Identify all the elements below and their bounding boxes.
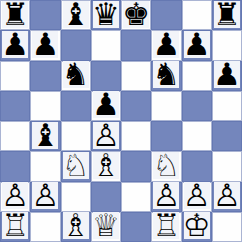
piece-black-king[interactable]: ♚ — [123, 1, 149, 28]
square-a6[interactable] — [0, 61, 30, 91]
square-d7[interactable] — [91, 30, 121, 60]
piece-black-bishop[interactable]: ♝ — [32, 122, 58, 149]
piece-white-pawn[interactable]: ♙ — [2, 182, 28, 209]
square-e5[interactable] — [121, 91, 151, 121]
square-f1[interactable]: ♖ — [151, 212, 181, 242]
piece-black-rook[interactable]: ♜ — [214, 1, 240, 28]
square-g7[interactable]: ♟ — [182, 30, 212, 60]
square-g1[interactable]: ♔ — [182, 212, 212, 242]
piece-white-pawn[interactable]: ♙ — [184, 182, 210, 209]
piece-white-king[interactable]: ♔ — [184, 212, 210, 239]
square-a1[interactable]: ♖ — [0, 212, 30, 242]
piece-white-bishop[interactable]: ♗ — [93, 152, 119, 179]
square-h6[interactable]: ♟ — [212, 61, 242, 91]
square-c8[interactable]: ♝ — [61, 0, 91, 30]
square-f6[interactable]: ♞ — [151, 61, 181, 91]
piece-black-bishop[interactable]: ♝ — [63, 1, 89, 28]
square-b6[interactable] — [30, 61, 60, 91]
square-e4[interactable] — [121, 121, 151, 151]
piece-black-rook[interactable]: ♜ — [2, 1, 28, 28]
square-d1[interactable]: ♕ — [91, 212, 121, 242]
square-g5[interactable] — [182, 91, 212, 121]
piece-white-rook[interactable]: ♖ — [2, 212, 28, 239]
piece-white-pawn[interactable]: ♙ — [93, 122, 119, 149]
piece-black-pawn[interactable]: ♟ — [93, 91, 119, 118]
piece-black-pawn[interactable]: ♟ — [2, 31, 28, 58]
piece-black-knight[interactable]: ♞ — [63, 61, 89, 88]
square-e1[interactable] — [121, 212, 151, 242]
piece-white-pawn[interactable]: ♙ — [32, 182, 58, 209]
square-c1[interactable]: ♗ — [61, 212, 91, 242]
square-b1[interactable] — [30, 212, 60, 242]
square-h4[interactable] — [212, 121, 242, 151]
piece-black-pawn[interactable]: ♟ — [153, 31, 179, 58]
piece-white-pawn[interactable]: ♙ — [153, 182, 179, 209]
piece-white-pawn[interactable]: ♙ — [214, 182, 240, 209]
square-g6[interactable] — [182, 61, 212, 91]
square-b2[interactable]: ♙ — [30, 182, 60, 212]
piece-white-knight[interactable]: ♘ — [63, 152, 89, 179]
square-e7[interactable] — [121, 30, 151, 60]
square-b4[interactable]: ♝ — [30, 121, 60, 151]
piece-black-pawn[interactable]: ♟ — [214, 61, 240, 88]
square-h2[interactable]: ♙ — [212, 182, 242, 212]
square-e3[interactable] — [121, 151, 151, 181]
piece-white-knight[interactable]: ♘ — [153, 152, 179, 179]
square-e8[interactable]: ♚ — [121, 0, 151, 30]
chess-board: ♜♝♛♚♜♟♟♟♟♞♞♟♟♝♙♘♗♘♙♙♙♙♙♖♗♕♖♔ — [0, 0, 242, 242]
square-g4[interactable] — [182, 121, 212, 151]
piece-black-pawn[interactable]: ♟ — [32, 31, 58, 58]
square-d8[interactable]: ♛ — [91, 0, 121, 30]
square-h5[interactable] — [212, 91, 242, 121]
piece-white-queen[interactable]: ♕ — [93, 212, 119, 239]
square-a7[interactable]: ♟ — [0, 30, 30, 60]
square-c6[interactable]: ♞ — [61, 61, 91, 91]
square-h8[interactable]: ♜ — [212, 0, 242, 30]
square-a5[interactable] — [0, 91, 30, 121]
square-c5[interactable] — [61, 91, 91, 121]
square-f5[interactable] — [151, 91, 181, 121]
square-e6[interactable] — [121, 61, 151, 91]
square-d3[interactable]: ♗ — [91, 151, 121, 181]
piece-black-pawn[interactable]: ♟ — [184, 31, 210, 58]
square-h1[interactable] — [212, 212, 242, 242]
square-b7[interactable]: ♟ — [30, 30, 60, 60]
square-a4[interactable] — [0, 121, 30, 151]
square-e2[interactable] — [121, 182, 151, 212]
piece-white-rook[interactable]: ♖ — [153, 212, 179, 239]
piece-black-queen[interactable]: ♛ — [93, 1, 119, 28]
piece-white-bishop[interactable]: ♗ — [63, 212, 89, 239]
piece-black-knight[interactable]: ♞ — [153, 61, 179, 88]
square-c3[interactable]: ♘ — [61, 151, 91, 181]
